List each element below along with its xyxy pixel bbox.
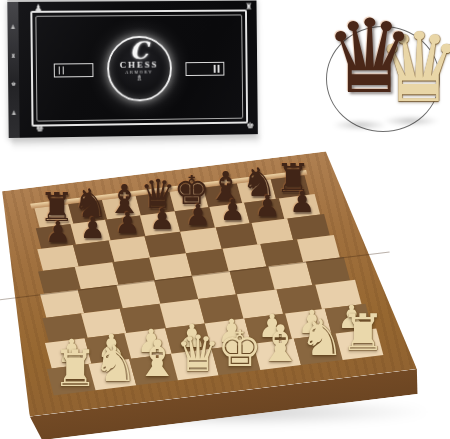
black-pawn-piece[interactable]: ♟ <box>150 206 176 234</box>
black-pawn-piece[interactable]: ♟ <box>219 198 245 226</box>
white-knight-piece[interactable]: ♞ <box>93 340 138 388</box>
box-side-icon: ♟ <box>10 24 15 30</box>
white-knight-piece[interactable]: ♞ <box>299 315 344 363</box>
brand-logo: C CHESS ARMORY ♗ <box>45 28 232 109</box>
king-icon: ♚ <box>246 121 254 130</box>
white-rook-piece[interactable]: ♜ <box>52 345 97 393</box>
black-pawn-piece[interactable]: ♟ <box>185 202 211 230</box>
white-king-piece[interactable]: ♚ <box>217 325 262 373</box>
square-e1[interactable]: ♚ <box>212 344 260 375</box>
black-pawn-piece[interactable]: ♟ <box>80 215 106 243</box>
rook-icon: ♜ <box>245 3 253 12</box>
logo-circle: C CHESS ARMORY ♗ <box>106 36 171 102</box>
black-pawn-piece[interactable]: ♟ <box>289 189 315 217</box>
logo-ribbon-right <box>185 62 224 76</box>
bishop-icon: ♗ <box>109 74 170 83</box>
square-f1[interactable]: ♝ <box>253 339 301 370</box>
box-side-icon: ♚ <box>11 81 16 87</box>
box-side-icon: ♜ <box>11 53 16 59</box>
pawn-icon: ♟ <box>34 4 42 13</box>
black-pawn-piece[interactable]: ♟ <box>115 211 141 239</box>
white-bishop-piece[interactable]: ♝ <box>258 320 303 368</box>
logo-ribbon-left <box>53 63 93 77</box>
product-box: ♟♜♚♟ ♟ ♜ ♚ ♚ C CHESS ARMORY ♗ <box>7 0 258 138</box>
brand-name: CHESS <box>109 59 170 70</box>
dark-queen-piece: ♛ <box>324 6 415 108</box>
white-bishop-piece[interactable]: ♝ <box>134 335 179 383</box>
black-pawn-piece[interactable]: ♟ <box>45 219 71 247</box>
black-pawn-piece[interactable]: ♟ <box>254 194 280 222</box>
chess-board: ♜♞♝♛♚♝♞♜♟♟♟♟♟♟♟♟♟♟♟♟♟♟♟♟♜♞♝♛♚♝♞♜ <box>0 127 450 439</box>
square-h1[interactable]: ♜ <box>335 329 383 360</box>
square-d1[interactable]: ♛ <box>170 349 218 380</box>
box-front-panel: ♟ ♜ ♚ ♚ C CHESS ARMORY ♗ <box>18 1 258 138</box>
queen-showcase: ♛ ♛ <box>318 12 450 142</box>
square-b1[interactable]: ♞ <box>88 359 136 390</box>
king-icon: ♚ <box>36 124 44 133</box>
white-rook-piece[interactable]: ♜ <box>340 310 385 358</box>
box-side-icon: ♟ <box>11 109 16 115</box>
square-a1[interactable]: ♜ <box>47 364 95 395</box>
white-queen-piece[interactable]: ♛ <box>176 330 221 378</box>
square-g1[interactable]: ♞ <box>294 334 342 365</box>
square-c1[interactable]: ♝ <box>129 354 177 385</box>
